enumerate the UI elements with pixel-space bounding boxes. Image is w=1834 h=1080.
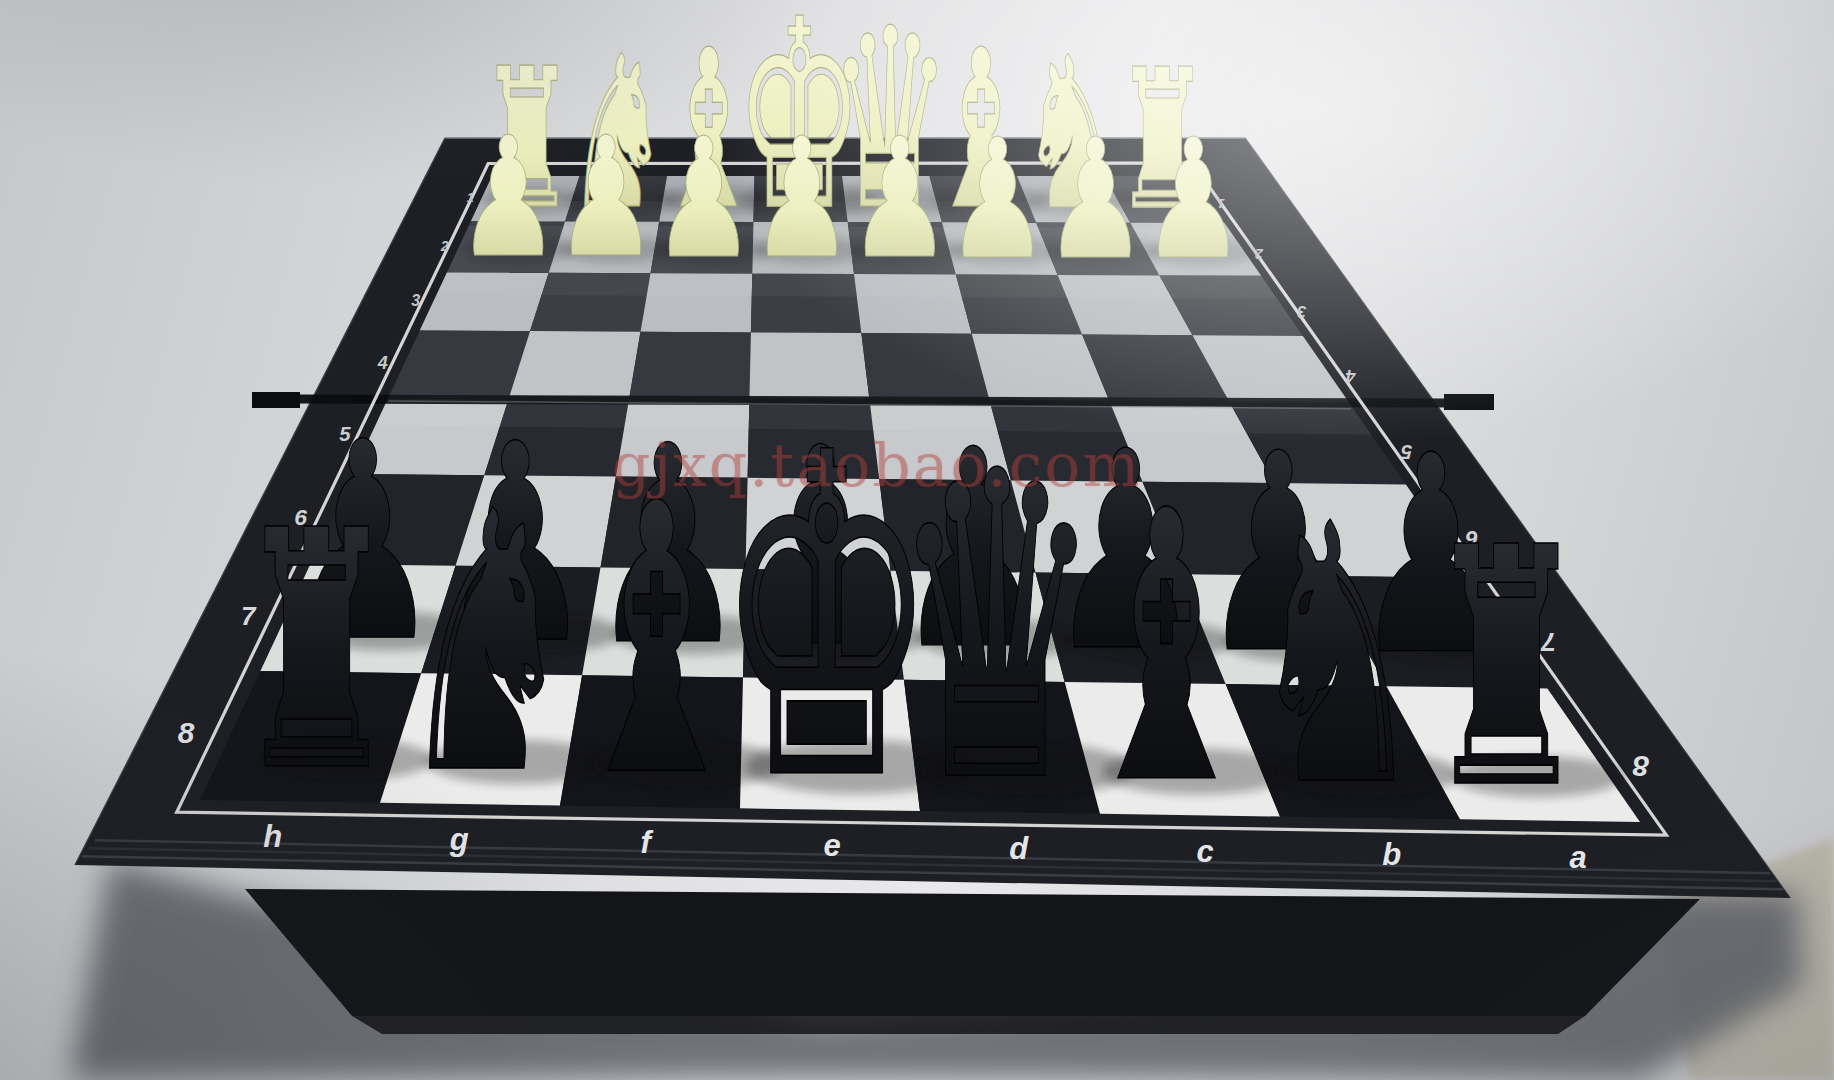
piece-black-knight-b8[interactable]: ♞: [1247, 448, 1426, 864]
rank-label-left-8: 8: [178, 716, 195, 749]
piece-black-rook-h8[interactable]: ♜: [234, 461, 399, 844]
rank-label-right-3: 3: [1297, 303, 1306, 320]
board-base-bottom-edge: [352, 1016, 1585, 1034]
piece-white-pawn-g2[interactable]: ♟: [554, 101, 658, 295]
chess-set-photo: 1122334455667788hgfedcba♜♞♝♚♛♝♞♜♟♟♟♟♟♟♟♟…: [0, 0, 1834, 1080]
piece-white-pawn-f2[interactable]: ♟: [652, 101, 756, 295]
chess-board: 1122334455667788hgfedcba♜♞♝♚♛♝♞♜♟♟♟♟♟♟♟♟…: [0, 0, 1834, 1080]
rank-label-right-8: 8: [1632, 750, 1649, 783]
rank-label-left-4: 4: [377, 353, 388, 373]
piece-white-pawn-h2[interactable]: ♟: [456, 101, 560, 295]
piece-white-pawn-d2[interactable]: ♟: [848, 102, 952, 296]
board-base-side: [245, 889, 1700, 1016]
piece-white-pawn-c2[interactable]: ♟: [946, 102, 1050, 296]
piece-white-pawn-b2[interactable]: ♟: [1044, 103, 1148, 297]
piece-white-pawn-a2[interactable]: ♟: [1142, 103, 1246, 297]
piece-white-pawn-e2[interactable]: ♟: [750, 102, 854, 296]
piece-black-queen-d8[interactable]: ♛: [890, 383, 1102, 875]
piece-black-rook-a8[interactable]: ♜: [1424, 478, 1589, 861]
rank-label-left-3: 3: [411, 292, 420, 309]
rank-label-right-4: 4: [1345, 366, 1356, 386]
piece-black-knight-g8[interactable]: ♞: [397, 436, 576, 852]
rank-label-left-2: 2: [440, 238, 449, 254]
piece-black-bishop-c8[interactable]: ♝: [1073, 432, 1260, 865]
